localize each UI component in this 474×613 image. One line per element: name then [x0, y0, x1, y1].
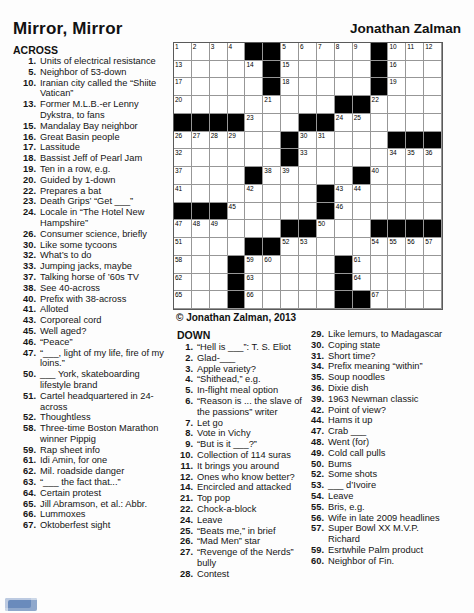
white-cell[interactable]: 7 — [317, 43, 335, 61]
clue-text: ___ York, skateboarding lifestyle brand — [40, 369, 140, 390]
white-cell[interactable]: 40 — [371, 167, 389, 185]
white-cell[interactable] — [353, 238, 371, 256]
clue-text: Thoughtless — [40, 412, 91, 422]
white-cell[interactable] — [317, 149, 335, 167]
white-cell[interactable]: 54 — [371, 238, 389, 256]
white-cell[interactable] — [371, 274, 389, 292]
white-cell[interactable]: 37 — [174, 167, 192, 185]
white-cell[interactable] — [371, 203, 389, 221]
white-cell[interactable]: 67 — [371, 291, 389, 309]
white-cell[interactable] — [424, 167, 442, 185]
white-cell[interactable] — [299, 96, 317, 114]
white-cell[interactable] — [317, 167, 335, 185]
white-cell[interactable] — [317, 238, 335, 256]
clue-text: Cartel headquartered in 24-across — [40, 391, 154, 412]
white-cell[interactable]: 44 — [353, 185, 371, 203]
white-cell[interactable] — [281, 256, 299, 274]
clue-text: Well aged? — [40, 326, 86, 336]
clue-number: 41. — [13, 304, 40, 315]
white-cell[interactable] — [228, 78, 246, 96]
black-cell — [335, 96, 353, 114]
white-cell[interactable] — [281, 274, 299, 292]
across-clue-1: 1.Units of electrical resistance — [13, 56, 171, 67]
white-cell[interactable]: 17 — [174, 78, 192, 96]
black-cell — [388, 220, 406, 238]
white-cell[interactable]: 22 — [371, 96, 389, 114]
clue-text: Alloted — [40, 304, 68, 314]
white-cell[interactable] — [317, 256, 335, 274]
clue-text: Idi Amin, for one — [40, 455, 107, 465]
white-cell[interactable] — [371, 185, 389, 203]
black-cell — [228, 114, 246, 132]
white-cell[interactable] — [299, 167, 317, 185]
white-cell[interactable]: 62 — [174, 274, 192, 292]
white-cell[interactable]: 39 — [281, 167, 299, 185]
clue-number: 21. — [177, 493, 197, 504]
down-clue-27: 27.“Revenge of the Nerds” bully — [177, 547, 307, 569]
white-cell[interactable] — [335, 61, 353, 79]
white-cell[interactable] — [210, 238, 228, 256]
white-cell[interactable] — [406, 256, 424, 274]
down-clue-1: 1.“Hell is ___”: T. S. Eliot — [177, 342, 307, 353]
clue-text: 1963 Newman classic — [328, 394, 418, 404]
white-cell[interactable] — [228, 238, 246, 256]
white-cell[interactable]: 52 — [281, 238, 299, 256]
white-cell[interactable]: 4 — [228, 43, 246, 61]
clue-number: 31. — [306, 351, 328, 362]
white-cell[interactable] — [388, 291, 406, 309]
white-cell[interactable]: 53 — [299, 238, 317, 256]
white-cell[interactable] — [281, 203, 299, 221]
white-cell[interactable] — [192, 61, 210, 79]
white-cell[interactable] — [353, 61, 371, 79]
white-cell[interactable]: 3 — [210, 43, 228, 61]
clue-number: 49. — [306, 448, 328, 459]
white-cell[interactable] — [263, 291, 281, 309]
white-cell[interactable]: 46 — [335, 203, 353, 221]
white-cell[interactable]: 35 — [406, 149, 424, 167]
white-cell[interactable] — [406, 185, 424, 203]
white-cell[interactable] — [406, 203, 424, 221]
white-cell[interactable] — [406, 291, 424, 309]
clue-number: 51. — [13, 391, 40, 402]
white-cell[interactable]: 66 — [245, 291, 263, 309]
black-cell — [353, 291, 371, 309]
white-cell[interactable]: 58 — [174, 256, 192, 274]
white-cell[interactable] — [317, 78, 335, 96]
across-clue-50: 50.___ York, skateboarding lifestyle bra… — [13, 369, 171, 391]
white-cell[interactable]: 14 — [245, 61, 263, 79]
cell-number: 3 — [211, 43, 215, 50]
down-clue-22: 22.Chock-a-block — [177, 504, 307, 515]
white-cell[interactable] — [299, 61, 317, 79]
cell-number: 2 — [193, 43, 197, 50]
black-cell — [192, 114, 210, 132]
black-cell — [245, 43, 263, 61]
white-cell[interactable] — [353, 149, 371, 167]
white-cell[interactable] — [281, 96, 299, 114]
down-clue-50: 50.Bums — [306, 459, 448, 470]
down-clue-53: 53.___ d’Ivoire — [306, 480, 448, 491]
white-cell[interactable] — [299, 274, 317, 292]
clue-number: 40. — [13, 294, 40, 305]
white-cell[interactable] — [353, 132, 371, 150]
white-cell[interactable] — [353, 220, 371, 238]
white-cell[interactable] — [371, 149, 389, 167]
white-cell[interactable]: 25 — [353, 114, 371, 132]
clue-number: 48. — [306, 437, 328, 448]
clue-number: 26. — [13, 229, 40, 240]
white-cell[interactable]: 65 — [174, 291, 192, 309]
white-cell[interactable]: 63 — [245, 274, 263, 292]
clue-text: Prefix meaning “within” — [328, 361, 423, 371]
clue-number: 12. — [177, 472, 197, 483]
clue-text: Hams it up — [328, 415, 372, 425]
white-cell[interactable] — [228, 61, 246, 79]
white-cell[interactable] — [263, 274, 281, 292]
white-cell[interactable] — [424, 203, 442, 221]
cell-number: 44 — [354, 185, 361, 192]
white-cell[interactable]: 41 — [174, 185, 192, 203]
clue-text: Leave — [197, 515, 222, 525]
cell-number: 23 — [246, 114, 253, 121]
white-cell[interactable] — [406, 61, 424, 79]
white-cell[interactable]: 45 — [228, 203, 246, 221]
white-cell[interactable] — [192, 149, 210, 167]
white-cell[interactable]: 30 — [299, 132, 317, 150]
white-cell[interactable] — [424, 185, 442, 203]
white-cell[interactable] — [388, 256, 406, 274]
white-cell[interactable] — [424, 96, 442, 114]
white-cell[interactable] — [192, 291, 210, 309]
white-cell[interactable] — [388, 274, 406, 292]
white-cell[interactable] — [263, 185, 281, 203]
white-cell[interactable] — [371, 114, 389, 132]
white-cell[interactable] — [210, 274, 228, 292]
clue-number: 45. — [13, 326, 40, 337]
white-cell[interactable] — [210, 61, 228, 79]
white-cell[interactable]: 5 — [281, 43, 299, 61]
clue-text: Rap sheet info — [40, 445, 100, 455]
clue-number: 64. — [13, 488, 40, 499]
clue-number: 43. — [13, 315, 40, 326]
white-cell[interactable] — [210, 185, 228, 203]
clue-text: “Revenge of the Nerds” bully — [197, 547, 294, 568]
clue-number: 9. — [177, 439, 197, 450]
clue-number: 5. — [177, 385, 197, 396]
white-cell[interactable] — [192, 96, 210, 114]
white-cell[interactable]: 1 — [174, 43, 192, 61]
white-cell[interactable] — [192, 78, 210, 96]
clue-number: 39. — [306, 394, 328, 405]
clue-number: 24. — [13, 207, 40, 218]
white-cell[interactable] — [210, 167, 228, 185]
down-clue-7: 7.Let go — [177, 418, 307, 429]
white-cell[interactable] — [424, 61, 442, 79]
black-cell — [174, 114, 192, 132]
white-cell[interactable]: 28 — [210, 132, 228, 150]
white-cell[interactable] — [388, 114, 406, 132]
white-cell[interactable] — [210, 149, 228, 167]
white-cell[interactable] — [245, 203, 263, 221]
clue-number: 47. — [13, 348, 40, 359]
white-cell[interactable] — [210, 96, 228, 114]
white-cell[interactable] — [245, 132, 263, 150]
white-cell[interactable] — [192, 167, 210, 185]
white-cell[interactable] — [317, 61, 335, 79]
white-cell[interactable]: 56 — [406, 238, 424, 256]
white-cell[interactable] — [210, 291, 228, 309]
white-cell[interactable]: 18 — [281, 78, 299, 96]
white-cell[interactable] — [281, 291, 299, 309]
white-cell[interactable] — [406, 78, 424, 96]
white-cell[interactable]: 20 — [174, 96, 192, 114]
white-cell[interactable]: 33 — [299, 149, 317, 167]
white-cell[interactable]: 15 — [281, 61, 299, 79]
white-cell[interactable]: 9 — [353, 43, 371, 61]
down-clue-24: 24.Leave — [177, 515, 307, 526]
white-cell[interactable] — [281, 114, 299, 132]
white-cell[interactable] — [406, 96, 424, 114]
white-cell[interactable] — [335, 132, 353, 150]
white-cell[interactable]: 48 — [192, 220, 210, 238]
down-clue-11: 11.It brings you around — [177, 461, 307, 472]
across-clue-19: 19.Ten in a row, e.g. — [13, 164, 171, 175]
white-cell[interactable]: 24 — [335, 114, 353, 132]
white-cell[interactable] — [424, 78, 442, 96]
white-cell[interactable]: 34 — [388, 149, 406, 167]
white-cell[interactable]: 2 — [192, 43, 210, 61]
white-cell[interactable] — [245, 96, 263, 114]
white-cell[interactable]: 27 — [192, 132, 210, 150]
white-cell[interactable]: 43 — [335, 185, 353, 203]
white-cell[interactable] — [353, 78, 371, 96]
white-cell[interactable]: 8 — [335, 43, 353, 61]
clue-text: Contest — [197, 569, 229, 579]
white-cell[interactable] — [299, 291, 317, 309]
white-cell[interactable] — [192, 185, 210, 203]
white-cell[interactable] — [299, 185, 317, 203]
down-header: DOWN — [177, 329, 210, 341]
down-clue-56: 56.Wife in late 2009 headlines — [306, 513, 448, 524]
white-cell[interactable]: 38 — [263, 167, 281, 185]
cell-number: 64 — [354, 274, 361, 281]
down-clue-30: 30.Coping state — [306, 340, 448, 351]
clue-text: Oktoberfest sight — [40, 520, 110, 530]
across-clue-64: 64.Certain protest — [13, 488, 171, 499]
white-cell[interactable]: 60 — [263, 256, 281, 274]
white-cell[interactable] — [228, 185, 246, 203]
cell-number: 27 — [193, 132, 200, 139]
white-cell[interactable] — [263, 220, 281, 238]
white-cell[interactable] — [335, 238, 353, 256]
clue-text: Neighbor of Fin. — [328, 556, 394, 566]
across-clue-32: 32.What’s to do — [13, 250, 171, 261]
white-cell[interactable] — [245, 220, 263, 238]
white-cell[interactable]: 61 — [353, 256, 371, 274]
white-cell[interactable]: 6 — [299, 43, 317, 61]
white-cell[interactable] — [371, 256, 389, 274]
white-cell[interactable] — [210, 78, 228, 96]
white-cell[interactable]: 64 — [353, 274, 371, 292]
down-clue-25: 25.“Beats me,” in brief — [177, 526, 307, 537]
white-cell[interactable]: 36 — [424, 149, 442, 167]
cell-number: 61 — [354, 256, 361, 263]
clue-number: 58. — [13, 423, 40, 434]
clue-number: 60. — [306, 556, 328, 567]
white-cell[interactable]: 29 — [228, 132, 246, 150]
black-cell — [263, 238, 281, 256]
clue-number: 2. — [177, 353, 197, 364]
white-cell[interactable] — [388, 185, 406, 203]
white-cell[interactable] — [424, 291, 442, 309]
white-cell[interactable]: 59 — [245, 256, 263, 274]
black-cell — [245, 238, 263, 256]
white-cell[interactable] — [228, 149, 246, 167]
white-cell[interactable] — [424, 274, 442, 292]
clue-number: 3. — [177, 364, 197, 375]
clue-number: 18. — [13, 153, 40, 164]
white-cell[interactable]: 42 — [245, 185, 263, 203]
white-cell[interactable] — [317, 274, 335, 292]
white-cell[interactable] — [317, 291, 335, 309]
clue-number: 11. — [177, 461, 197, 472]
cell-number: 40 — [372, 167, 379, 174]
white-cell[interactable] — [263, 114, 281, 132]
white-cell[interactable] — [424, 256, 442, 274]
clue-number: 38. — [13, 283, 40, 294]
white-cell[interactable] — [388, 167, 406, 185]
clue-text: Glad-___ — [197, 353, 235, 363]
white-cell[interactable] — [406, 167, 424, 185]
across-clue-33: 33.Jumping jacks, maybe — [13, 261, 171, 272]
white-cell[interactable] — [299, 78, 317, 96]
cell-number: 60 — [264, 256, 271, 263]
crossword-grid[interactable]: 1234567891011121314151617181920212223242… — [173, 42, 443, 310]
clue-number: 33. — [13, 261, 40, 272]
cell-number: 65 — [175, 291, 182, 298]
across-clue-46: 46.“Peace” — [13, 337, 171, 348]
white-cell[interactable]: 21 — [263, 96, 281, 114]
down-clue-10: 10.Collection of 114 suras — [177, 450, 307, 461]
white-cell[interactable] — [245, 78, 263, 96]
white-cell[interactable] — [281, 185, 299, 203]
clue-number: 59. — [306, 545, 328, 556]
white-cell[interactable] — [192, 238, 210, 256]
clue-text: Let go — [197, 418, 223, 428]
white-cell[interactable] — [388, 96, 406, 114]
white-cell[interactable] — [228, 167, 246, 185]
white-cell[interactable]: 26 — [174, 132, 192, 150]
white-cell[interactable]: 47 — [174, 220, 192, 238]
cell-number: 63 — [246, 274, 253, 281]
across-clue-15: 15.Mandalay Bay neighbor — [13, 121, 171, 132]
white-cell[interactable] — [263, 132, 281, 150]
white-cell[interactable]: 49 — [210, 220, 228, 238]
down-clue-39: 39.1963 Newman classic — [306, 394, 448, 405]
across-clue-24: 24.Locale in “The Hotel New Hampshire” — [13, 207, 171, 229]
black-cell — [281, 149, 299, 167]
down-clue-48: 48.Went (for) — [306, 437, 448, 448]
clue-text: Prefix with 38-across — [40, 294, 126, 304]
white-cell[interactable]: 50 — [317, 220, 335, 238]
white-cell[interactable] — [353, 203, 371, 221]
clue-text: Top pop — [197, 493, 230, 503]
clue-number: 8. — [177, 428, 197, 439]
across-clue-65: 65.Jill Abramson, et al.: Abbr. — [13, 499, 171, 510]
white-cell[interactable] — [210, 256, 228, 274]
clue-number: 23. — [13, 196, 40, 207]
white-cell[interactable] — [335, 220, 353, 238]
clue-text: Prepares a bat — [40, 186, 101, 196]
across-clue-59: 59.Rap sheet info — [13, 445, 171, 456]
white-cell[interactable]: 23 — [245, 114, 263, 132]
clue-text: Esrtwhile Palm product — [328, 545, 423, 555]
white-cell[interactable]: 13 — [174, 61, 192, 79]
white-cell[interactable] — [371, 132, 389, 150]
across-clue-30: 30.Like some tycoons — [13, 240, 171, 251]
cell-number: 39 — [282, 167, 289, 174]
across-clue-66: 66.Lummoxes — [13, 509, 171, 520]
white-cell[interactable]: 32 — [174, 149, 192, 167]
cell-number: 37 — [175, 167, 182, 174]
white-cell[interactable]: 10 — [388, 43, 406, 61]
down-clue-44: 44.Hams it up — [306, 415, 448, 426]
white-cell[interactable]: 11 — [406, 43, 424, 61]
clue-text: Soup noodles — [328, 372, 385, 382]
white-cell[interactable] — [263, 149, 281, 167]
white-cell[interactable] — [317, 96, 335, 114]
black-cell — [228, 274, 246, 292]
white-cell[interactable]: 31 — [317, 132, 335, 150]
white-cell[interactable] — [192, 256, 210, 274]
white-cell[interactable] — [335, 167, 353, 185]
white-cell[interactable] — [388, 203, 406, 221]
white-cell[interactable] — [299, 203, 317, 221]
white-cell[interactable]: 57 — [424, 238, 442, 256]
clue-number: 54. — [306, 491, 328, 502]
white-cell[interactable] — [245, 149, 263, 167]
clue-text: Point of view? — [328, 405, 386, 415]
white-cell[interactable] — [335, 78, 353, 96]
white-cell[interactable] — [335, 149, 353, 167]
white-cell[interactable] — [228, 220, 246, 238]
white-cell[interactable] — [299, 256, 317, 274]
clue-number: 19. — [13, 164, 40, 175]
black-cell — [335, 274, 353, 292]
black-cell — [335, 291, 353, 309]
white-cell[interactable] — [263, 203, 281, 221]
down-clue-21: 21.Top pop — [177, 493, 307, 504]
white-cell[interactable] — [228, 96, 246, 114]
clue-text: Guided by 1-down — [40, 175, 115, 185]
clue-text: Talking horse of ’60s TV — [40, 272, 139, 282]
black-cell — [371, 43, 389, 61]
white-cell[interactable] — [406, 114, 424, 132]
white-cell[interactable]: 16 — [388, 61, 406, 79]
white-cell[interactable] — [406, 274, 424, 292]
clue-text: Bris, e.g. — [328, 502, 365, 512]
clue-number: 62. — [13, 466, 40, 477]
white-cell[interactable] — [192, 274, 210, 292]
black-cell — [406, 220, 424, 238]
white-cell[interactable] — [424, 114, 442, 132]
white-cell[interactable]: 12 — [424, 43, 442, 61]
white-cell[interactable]: 51 — [174, 238, 192, 256]
white-cell[interactable]: 55 — [388, 238, 406, 256]
white-cell[interactable]: 19 — [388, 78, 406, 96]
clue-number: 25. — [177, 526, 197, 537]
